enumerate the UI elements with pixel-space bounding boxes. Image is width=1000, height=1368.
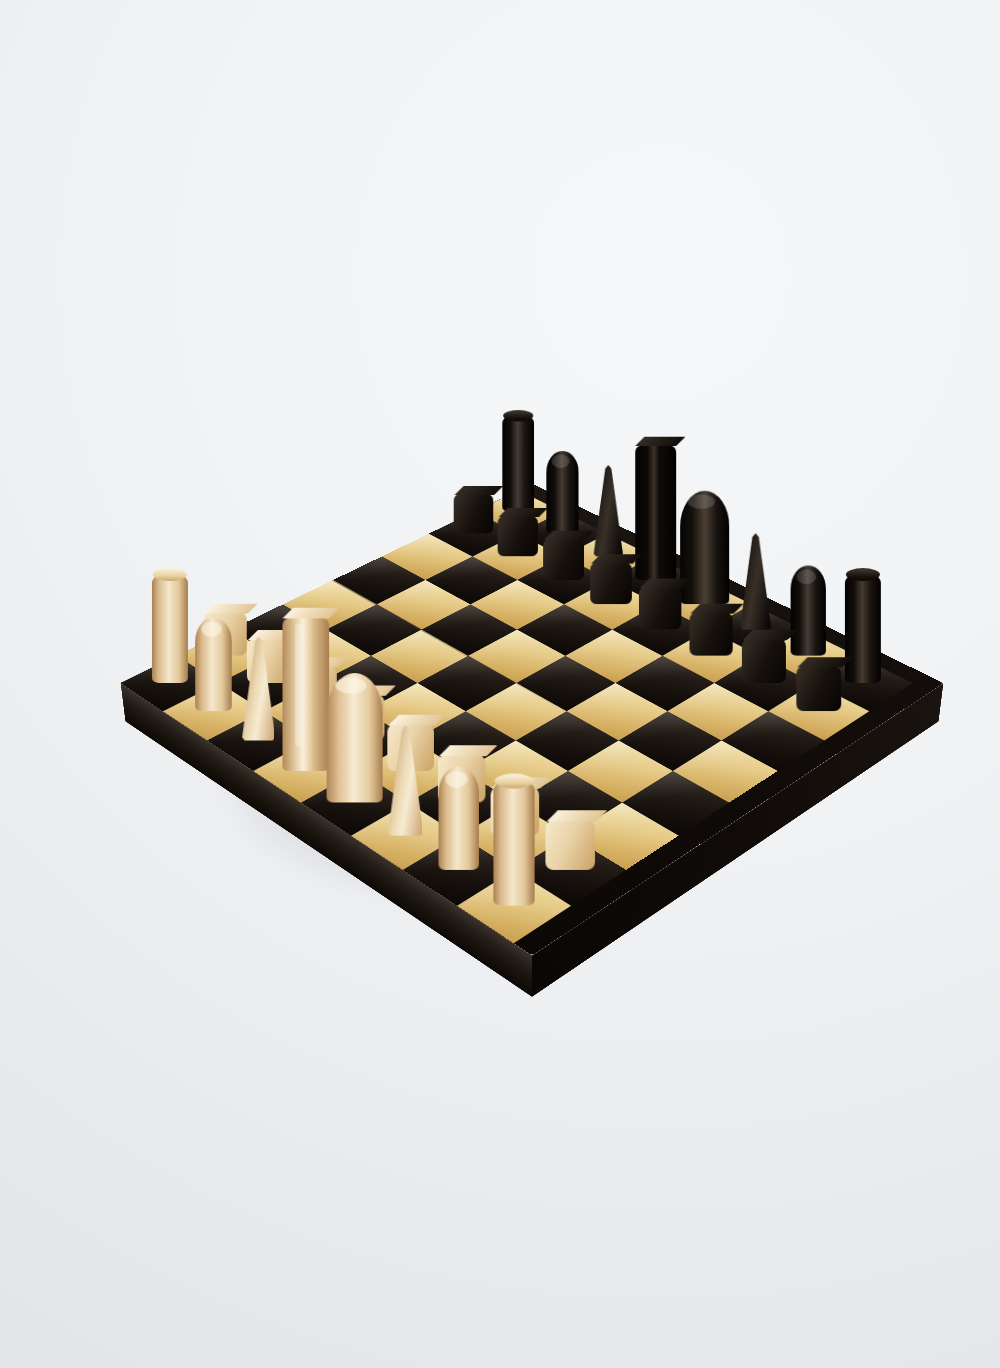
piece-black-knight <box>791 566 826 656</box>
scene-perspective <box>241 392 823 974</box>
piece-black-pawn <box>543 539 584 580</box>
square-e6 <box>565 630 662 683</box>
piece-white-rook <box>493 779 534 906</box>
piece-black-rook <box>502 414 534 511</box>
square-a6 <box>382 534 473 580</box>
square-d7 <box>564 580 658 630</box>
square-c8 <box>563 534 654 580</box>
piece-black-queen <box>635 445 676 580</box>
piece-black-pawn <box>590 563 632 605</box>
piece-black-king <box>680 491 729 605</box>
piece-black-pawn <box>639 587 681 629</box>
piece-black-knight <box>546 451 578 534</box>
piece-white-pawn <box>545 820 595 870</box>
piece-black-pawn <box>742 639 786 683</box>
square-e5 <box>516 656 615 711</box>
piece-black-pawn <box>796 666 841 711</box>
piece-white-king <box>327 673 383 803</box>
studio-backdrop <box>0 0 1000 1368</box>
square-e8 <box>658 580 752 630</box>
square-b4 <box>326 604 421 655</box>
chess-board <box>120 484 943 956</box>
piece-white-queen <box>282 617 329 771</box>
piece-black-bishop <box>735 533 775 629</box>
piece-black-pawn <box>498 516 538 556</box>
piece-black-rook <box>845 573 881 683</box>
square-b8 <box>518 512 607 557</box>
square-a7 <box>429 512 518 557</box>
square-d5 <box>468 630 565 683</box>
piece-black-pawn <box>454 494 494 534</box>
board-grid <box>120 490 912 943</box>
square-d6 <box>517 604 612 655</box>
square-c5 <box>422 604 517 655</box>
square-c7 <box>518 556 610 604</box>
piece-black-pawn <box>689 613 732 656</box>
piece-white-knight <box>438 766 479 870</box>
square-b5 <box>377 580 471 630</box>
square-b6 <box>425 556 517 604</box>
square-d8 <box>610 556 702 604</box>
piece-white-rook <box>152 573 188 683</box>
square-a5 <box>333 556 425 604</box>
piece-black-bishop <box>589 465 627 556</box>
square-a8 <box>474 490 562 533</box>
square-c4 <box>371 630 468 683</box>
square-e7 <box>612 604 707 655</box>
square-b7 <box>472 534 563 580</box>
square-c6 <box>470 580 564 630</box>
piece-white-knight <box>195 617 232 711</box>
